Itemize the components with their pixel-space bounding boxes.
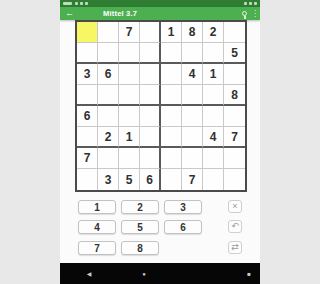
cell-r5c2[interactable]	[98, 106, 119, 127]
nav-back-icon[interactable]: ◀	[83, 263, 95, 284]
cell-r6c5[interactable]	[161, 127, 182, 148]
cell-r6c4[interactable]	[140, 127, 161, 148]
cell-r2c2[interactable]	[98, 43, 119, 64]
numpad-button-4[interactable]: 4	[78, 220, 116, 234]
cell-r7c8[interactable]	[224, 148, 245, 169]
cell-r3c8[interactable]	[224, 64, 245, 85]
sudoku-app-screen: ← Mittel 3.7 ⋮ 71825364186214773567 123 …	[60, 0, 260, 284]
status-battery-icon	[254, 2, 257, 5]
nav-recents-icon[interactable]: ■	[243, 263, 255, 284]
cell-r6c7[interactable]: 4	[203, 127, 224, 148]
cell-r2c6[interactable]	[182, 43, 203, 64]
cell-r1c6[interactable]: 8	[182, 22, 203, 43]
cell-r5c1[interactable]: 6	[77, 106, 98, 127]
cell-r8c8[interactable]	[224, 169, 245, 190]
status-bar	[60, 0, 260, 7]
status-time-icon	[63, 2, 72, 5]
cell-r1c7[interactable]: 2	[203, 22, 224, 43]
status-notif-icon-1	[75, 2, 78, 5]
cell-r5c5[interactable]	[161, 106, 182, 127]
cell-r8c7[interactable]	[203, 169, 224, 190]
cell-r1c3[interactable]: 7	[119, 22, 140, 43]
numpad-button-8[interactable]: 8	[121, 241, 159, 255]
cell-r3c6[interactable]: 4	[182, 64, 203, 85]
status-signal-icon	[244, 2, 247, 5]
cell-r2c1[interactable]	[77, 43, 98, 64]
cell-r4c8[interactable]: 8	[224, 85, 245, 106]
back-arrow-icon[interactable]: ←	[65, 9, 75, 18]
cell-r2c3[interactable]	[119, 43, 140, 64]
cell-r3c4[interactable]	[140, 64, 161, 85]
cell-r4c1[interactable]	[77, 85, 98, 106]
cell-r7c1[interactable]: 7	[77, 148, 98, 169]
cell-r5c8[interactable]	[224, 106, 245, 127]
cell-r6c8[interactable]: 7	[224, 127, 245, 148]
cell-r4c5[interactable]	[161, 85, 182, 106]
status-wifi-icon	[249, 2, 252, 5]
cell-r7c4[interactable]	[140, 148, 161, 169]
cell-r5c3[interactable]	[119, 106, 140, 127]
cell-r7c3[interactable]	[119, 148, 140, 169]
cell-r7c2[interactable]	[98, 148, 119, 169]
cell-r5c4[interactable]	[140, 106, 161, 127]
cell-r8c5[interactable]	[161, 169, 182, 190]
cell-r5c6[interactable]	[182, 106, 203, 127]
numpad-row-2: 456	[78, 220, 202, 234]
numpad-button-3[interactable]: 3	[164, 200, 202, 214]
nav-home-icon[interactable]: ●	[138, 263, 150, 284]
numpad-button-2[interactable]: 2	[121, 200, 159, 214]
cell-r4c4[interactable]	[140, 85, 161, 106]
cell-r3c3[interactable]	[119, 64, 140, 85]
numpad-row-3: 78	[78, 241, 159, 255]
redo-icon[interactable]: ⇄	[228, 241, 242, 254]
cell-r7c7[interactable]	[203, 148, 224, 169]
cell-r1c5[interactable]: 1	[161, 22, 182, 43]
cell-r1c1[interactable]	[77, 22, 98, 43]
cell-r2c8[interactable]: 5	[224, 43, 245, 64]
cell-r4c2[interactable]	[98, 85, 119, 106]
numpad-button-6[interactable]: 6	[164, 220, 202, 234]
status-notif-icon-2	[80, 2, 83, 5]
cell-r4c3[interactable]	[119, 85, 140, 106]
cell-r8c1[interactable]	[77, 169, 98, 190]
cell-r6c6[interactable]	[182, 127, 203, 148]
numpad-button-1[interactable]: 1	[78, 200, 116, 214]
overflow-menu-icon[interactable]: ⋮	[251, 10, 257, 18]
cell-r6c1[interactable]	[77, 127, 98, 148]
cell-r4c6[interactable]	[182, 85, 203, 106]
cell-r8c2[interactable]: 3	[98, 169, 119, 190]
cell-r8c4[interactable]: 6	[140, 169, 161, 190]
cell-r6c2[interactable]: 2	[98, 127, 119, 148]
cell-r8c6[interactable]: 7	[182, 169, 203, 190]
cell-r3c1[interactable]: 3	[77, 64, 98, 85]
cell-r2c5[interactable]	[161, 43, 182, 64]
hint-icon[interactable]	[242, 11, 247, 16]
cell-r3c7[interactable]: 1	[203, 64, 224, 85]
sudoku-board: 71825364186214773567	[75, 20, 247, 192]
erase-icon[interactable]: ×	[228, 200, 242, 213]
numpad-row-1: 123	[78, 200, 202, 214]
status-notif-icon-3	[85, 2, 88, 5]
cell-r2c4[interactable]	[140, 43, 161, 64]
cell-r5c7[interactable]	[203, 106, 224, 127]
app-bar: ← Mittel 3.7 ⋮	[60, 7, 260, 20]
undo-icon[interactable]: ↶	[228, 220, 242, 233]
cell-r1c8[interactable]	[224, 22, 245, 43]
cell-r6c3[interactable]: 1	[119, 127, 140, 148]
cell-r3c5[interactable]	[161, 64, 182, 85]
cell-r7c6[interactable]	[182, 148, 203, 169]
cell-r2c7[interactable]	[203, 43, 224, 64]
numpad-button-5[interactable]: 5	[121, 220, 159, 234]
cell-r7c5[interactable]	[161, 148, 182, 169]
numpad-button-7[interactable]: 7	[78, 241, 116, 255]
cell-r8c3[interactable]: 5	[119, 169, 140, 190]
android-nav-bar: ◀ ● ■	[60, 263, 260, 284]
cell-r1c4[interactable]	[140, 22, 161, 43]
cell-r3c2[interactable]: 6	[98, 64, 119, 85]
cell-r4c7[interactable]	[203, 85, 224, 106]
app-bar-actions: ⋮	[242, 7, 257, 20]
cell-r1c2[interactable]	[98, 22, 119, 43]
page-title: Mittel 3.7	[103, 9, 137, 18]
